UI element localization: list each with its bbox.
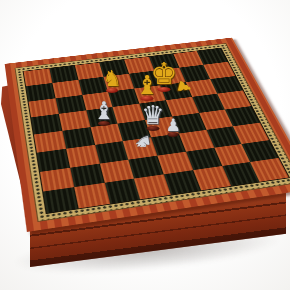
silver-piece-base — [98, 121, 110, 126]
chess-box-photo: ♞♝♚♟♝♛♟♞ — [0, 0, 290, 290]
silver-piece-base — [168, 132, 179, 137]
gold-piece-base — [106, 88, 118, 93]
gold-knight-glyph: ♞ — [102, 68, 122, 90]
gold-king-glyph: ♚ — [151, 59, 178, 89]
silver-piece-base — [147, 126, 160, 131]
silver-knight-glyph: ♞ — [133, 132, 154, 151]
pieces-layer: ♞♝♚♟♝♛♟♞ — [0, 0, 290, 290]
gold-pawn-glyph: ♟ — [174, 78, 193, 96]
silver-bishop-glyph: ♝ — [93, 99, 115, 123]
silver-queen-glyph: ♛ — [141, 102, 164, 128]
gold-piece-base — [158, 87, 171, 92]
